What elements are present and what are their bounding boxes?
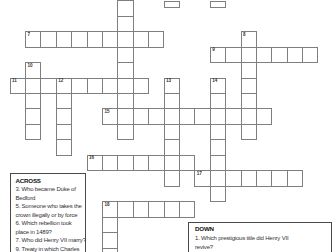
grid-cell[interactable]: 12 (57, 79, 71, 94)
clue-line: place in 1489? (16, 228, 84, 237)
clue-number: 10 (27, 64, 32, 69)
grid-cell[interactable] (242, 79, 256, 94)
grid-cell[interactable] (165, 94, 179, 109)
grid-cell[interactable] (242, 171, 257, 185)
clue-line: 7. Who did Henry VII marry? (16, 236, 84, 245)
grid-cell[interactable] (88, 32, 103, 46)
grid-cell[interactable] (103, 233, 117, 248)
grid-cell[interactable] (226, 48, 241, 62)
down-clues-box: DOWN 1. Which prestigious title did Henr… (188, 222, 332, 252)
grid-cell[interactable] (211, 171, 226, 185)
grid-cell[interactable]: 14 (211, 79, 225, 94)
grid-cell[interactable] (134, 156, 149, 170)
word-fragment (102, 217, 118, 252)
grid-cell[interactable] (134, 109, 149, 123)
grid-cell[interactable] (118, 109, 132, 124)
grid-cell[interactable] (134, 32, 149, 46)
grid-cell[interactable] (57, 94, 71, 109)
grid-cell[interactable] (57, 125, 71, 140)
grid-cell[interactable] (303, 48, 317, 62)
grid-cell[interactable] (165, 171, 179, 185)
word-fragment (117, 0, 133, 140)
grid-cell[interactable]: 10 (26, 63, 40, 78)
clue-line: 3. Who became Duke of (16, 185, 84, 194)
cropped-cell-stub (210, 1, 226, 9)
grid-cell[interactable] (57, 32, 72, 46)
grid-cell[interactable] (118, 79, 132, 94)
grid-cell[interactable] (242, 94, 256, 109)
grid-cell[interactable] (103, 32, 118, 46)
grid-cell[interactable] (242, 63, 256, 78)
grid-cell[interactable] (211, 109, 226, 123)
grid-cell[interactable]: 9 (211, 48, 226, 62)
clue-number: 17 (197, 172, 202, 177)
grid-cell[interactable] (26, 79, 41, 93)
grid-cell[interactable] (149, 109, 164, 123)
grid-cell[interactable] (118, 32, 132, 47)
grid-cell[interactable] (41, 79, 56, 93)
grid-cell[interactable] (118, 63, 132, 78)
clue-number: 12 (58, 79, 63, 84)
grid-cell[interactable] (118, 94, 132, 109)
grid-cell[interactable] (165, 156, 180, 170)
cropped-cell-stub (164, 1, 180, 9)
grid-cell[interactable] (180, 156, 194, 170)
grid-cell[interactable] (118, 125, 132, 139)
grid-cell[interactable] (195, 109, 210, 123)
grid-cell[interactable] (211, 187, 225, 201)
grid-cell[interactable] (180, 109, 195, 123)
clue-number: 13 (166, 79, 171, 84)
grid-cell[interactable] (211, 125, 225, 140)
grid-cell[interactable] (118, 17, 132, 32)
grid-cell[interactable] (57, 109, 71, 124)
grid-cell[interactable] (165, 109, 180, 123)
grid-cell[interactable] (41, 32, 56, 46)
clue-line: 1. Which prestigious title did Henry VII (195, 234, 329, 243)
grid-cell[interactable] (226, 109, 241, 123)
across-word-16: 16 (87, 155, 196, 171)
grid-cell[interactable]: 17 (195, 171, 210, 185)
grid-cell[interactable] (272, 48, 287, 62)
across-heading: ACROSS (16, 177, 84, 186)
grid-cell[interactable] (88, 79, 103, 93)
grid-cell[interactable] (149, 32, 163, 46)
grid-cell[interactable]: 16 (88, 156, 103, 170)
down-heading: DOWN (195, 225, 329, 234)
clue-number: 7 (27, 33, 30, 38)
clue-line: 6. Which rebellion took (16, 219, 84, 228)
grid-cell[interactable] (26, 125, 40, 139)
grid-cell[interactable] (165, 140, 179, 155)
grid-cell[interactable] (288, 171, 302, 185)
down-word-10: 10 (25, 62, 41, 140)
grid-cell[interactable] (257, 48, 272, 62)
clue-number: 18 (104, 203, 109, 208)
grid-cell[interactable]: 15 (103, 109, 118, 123)
grid-cell[interactable] (103, 218, 117, 233)
grid-cell[interactable] (72, 32, 87, 46)
grid-cell[interactable] (26, 109, 40, 124)
clue-line: 5. Someone who takes the (16, 202, 84, 211)
grid-cell[interactable] (211, 94, 225, 109)
grid-cell[interactable] (149, 156, 164, 170)
grid-cell[interactable] (103, 79, 118, 93)
clue-number: 16 (89, 156, 94, 161)
grid-cell[interactable] (226, 171, 241, 185)
grid-cell[interactable] (211, 140, 225, 155)
across-word-18: 18 (102, 201, 195, 217)
grid-cell[interactable] (118, 202, 133, 216)
grid-cell[interactable] (26, 94, 40, 109)
clue-line: revive? (195, 243, 329, 252)
grid-cell[interactable]: 11 (11, 79, 26, 93)
across-word-7: 7 (25, 31, 165, 47)
grid-cell[interactable] (165, 202, 180, 216)
clue-number: 15 (104, 110, 109, 115)
crossword-worksheet: 789101112131415161718 ACROSS 3. Who beca… (0, 0, 336, 252)
clue-number: 11 (12, 79, 17, 84)
grid-cell[interactable] (149, 202, 164, 216)
grid-cell[interactable] (242, 109, 257, 123)
across-word-17: 17 (194, 170, 303, 186)
grid-cell[interactable]: 13 (165, 79, 179, 94)
grid-cell[interactable] (180, 202, 194, 216)
grid-cell[interactable] (257, 109, 271, 123)
grid-cell[interactable] (272, 171, 287, 185)
grid-cell[interactable] (118, 48, 132, 63)
grid-cell[interactable] (72, 79, 87, 93)
clue-number: 8 (243, 33, 246, 38)
grid-cell[interactable] (242, 125, 256, 139)
grid-cell[interactable] (118, 156, 133, 170)
grid-cell[interactable]: 18 (103, 202, 118, 216)
clue-line: crown illegally or by force (16, 211, 84, 220)
grid-cell[interactable] (211, 156, 225, 171)
grid-cell[interactable] (134, 79, 148, 93)
grid-cell[interactable] (118, 1, 132, 16)
grid-cell[interactable] (103, 249, 117, 252)
clue-line: Bedford (16, 194, 84, 203)
down-word-12: 12 (56, 78, 72, 156)
grid-cell[interactable] (57, 140, 71, 154)
across-clues-box: ACROSS 3. Who became Duke of Bedford 5. … (10, 173, 87, 252)
grid-cell[interactable] (103, 156, 118, 170)
grid-cell[interactable] (242, 48, 257, 62)
clue-number: 9 (212, 48, 215, 53)
clue-number: 14 (212, 79, 217, 84)
grid-cell[interactable] (165, 125, 179, 140)
across-word-9: 9 (210, 47, 319, 63)
grid-cell[interactable] (134, 202, 149, 216)
grid-cell[interactable]: 8 (242, 32, 256, 47)
grid-cell[interactable] (257, 171, 272, 185)
clue-line: 9. Treaty in which Charles (16, 245, 84, 252)
grid-cell[interactable] (288, 48, 303, 62)
grid-cell[interactable]: 7 (26, 32, 41, 46)
